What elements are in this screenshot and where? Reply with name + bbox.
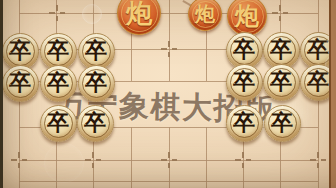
piece-red-cannon[interactable]: 炮: [188, 0, 222, 31]
piece-black-soldier[interactable]: 卒: [78, 65, 115, 102]
piece-glyph: 卒: [84, 112, 106, 134]
piece-black-soldier[interactable]: 卒: [2, 33, 39, 70]
point-marker: [18, 163, 20, 169]
point-marker: [85, 159, 91, 161]
piece-glyph: 卒: [233, 71, 255, 93]
piece-black-soldier[interactable]: 卒: [226, 105, 263, 142]
point-marker: [161, 48, 167, 50]
piece-black-soldier[interactable]: 卒: [264, 105, 301, 142]
point-marker: [279, 5, 281, 11]
piece-glyph: 卒: [233, 39, 255, 61]
bubble-decoration: [44, 143, 84, 183]
piece-glyph: 卒: [47, 112, 69, 134]
piece-glyph: 卒: [271, 112, 293, 134]
piece-glyph: 卒: [85, 72, 107, 94]
point-marker: [310, 159, 316, 161]
piece-black-soldier[interactable]: 卒: [2, 65, 39, 102]
point-marker: [168, 163, 170, 169]
grid-file-line: [131, 127, 132, 188]
piece-glyph: 卒: [47, 72, 69, 94]
piece-glyph: 卒: [9, 40, 31, 62]
point-marker: [246, 159, 252, 161]
point-marker: [56, 16, 58, 22]
piece-black-soldier[interactable]: 卒: [78, 33, 115, 70]
point-marker: [242, 163, 244, 169]
point-marker: [49, 12, 55, 14]
point-marker: [279, 16, 281, 22]
point-marker: [317, 152, 319, 158]
grid-file-line: [169, 127, 170, 188]
piece-glyph: 卒: [85, 40, 107, 62]
piece-red-cannon[interactable]: 炮: [227, 0, 267, 36]
grid-file-line: [206, 127, 207, 188]
point-marker: [321, 159, 327, 161]
piece-glyph: 卒: [233, 112, 255, 134]
point-marker: [96, 159, 102, 161]
point-marker: [272, 12, 278, 14]
piece-black-soldier[interactable]: 卒: [226, 64, 263, 101]
piece-black-soldier[interactable]: 卒: [263, 32, 300, 69]
point-marker: [92, 152, 94, 158]
piece-black-soldier[interactable]: 卒: [40, 33, 77, 70]
point-marker: [18, 152, 20, 158]
left-dark-strip: [0, 0, 3, 188]
point-marker: [172, 159, 178, 161]
point-marker: [11, 159, 17, 161]
point-marker: [317, 163, 319, 169]
xiangqi-game-screen: 炮炮炮卒卒卒卒卒卒卒卒卒卒卒卒卒卒卒卒 万宁象棋大招版: [0, 0, 336, 188]
piece-black-soldier[interactable]: 卒: [40, 105, 77, 142]
piece-black-soldier[interactable]: 卒: [263, 64, 300, 101]
piece-black-soldier[interactable]: 卒: [226, 32, 263, 69]
bubble-decoration: [82, 4, 102, 24]
piece-glyph: 炮: [195, 4, 215, 24]
point-marker: [168, 41, 170, 47]
piece-black-soldier[interactable]: 卒: [40, 65, 77, 102]
piece-glyph: 卒: [307, 71, 329, 93]
point-marker: [235, 159, 241, 161]
piece-glyph: 卒: [9, 72, 31, 94]
point-marker: [168, 52, 170, 58]
point-marker: [56, 5, 58, 11]
piece-glyph: 炮: [235, 4, 259, 28]
point-marker: [242, 152, 244, 158]
point-marker: [161, 159, 167, 161]
point-marker: [60, 12, 66, 14]
point-marker: [168, 152, 170, 158]
point-marker: [92, 163, 94, 169]
piece-glyph: 卒: [47, 40, 69, 62]
point-marker: [22, 159, 28, 161]
point-marker: [172, 48, 178, 50]
piece-glyph: 炮: [126, 0, 152, 26]
piece-black-soldier[interactable]: 卒: [77, 105, 114, 142]
piece-glyph: 卒: [270, 71, 292, 93]
point-marker: [283, 12, 289, 14]
right-board-frame: [329, 0, 336, 188]
piece-red-cannon[interactable]: 炮: [117, 0, 161, 35]
piece-glyph: 卒: [270, 39, 292, 61]
